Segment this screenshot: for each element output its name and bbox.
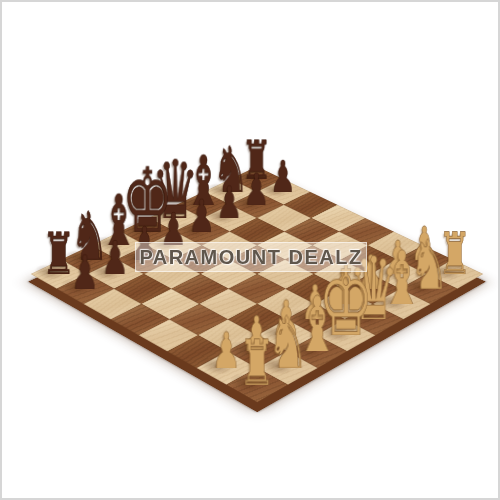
square xyxy=(171,274,228,304)
board-3d-wrap: ♜♟♟♜♞♟♟♞♝♟♟♝♛♟♟♛♚♟♟♚♝♟♟♝♞♟♟♞♜♟♟♜ xyxy=(31,167,484,403)
black-king-glyph: ♚ xyxy=(122,157,173,246)
white-pawn-glyph: ♟ xyxy=(411,220,438,267)
white-rook: ♜ xyxy=(423,144,487,274)
product-photo: ♜♟♟♜♞♟♟♞♝♟♟♝♛♟♟♛♚♟♟♚♝♟♟♝♞♟♟♞♜♟♟♜ PARAMOU… xyxy=(0,0,500,500)
watermark: PARAMOUNT DEALZ xyxy=(135,242,367,272)
chess-board: ♜♟♟♜♞♟♟♞♝♟♟♝♛♟♟♛♚♟♟♚♝♟♟♝♞♟♟♞♜♟♟♜ xyxy=(31,167,484,403)
black-rook-glyph: ♜ xyxy=(241,134,272,188)
black-rook: ♜ xyxy=(227,58,286,179)
black-queen-glyph: ♛ xyxy=(152,149,199,231)
